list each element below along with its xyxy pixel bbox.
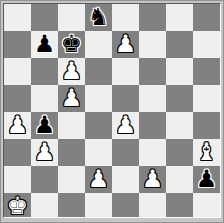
square-d6[interactable] [85,58,112,85]
square-h3[interactable]: ♝ [193,139,220,166]
square-f4[interactable] [139,112,166,139]
square-e4[interactable]: ♟ [112,112,139,139]
square-g2[interactable] [166,166,193,193]
square-f2[interactable]: ♟ [139,166,166,193]
square-d4[interactable] [85,112,112,139]
piece-white-pawn[interactable]: ♟ [142,166,164,193]
chess-board: ♞♟♚♟♟♟♟♟♟♟♝♟♟♟♚ [4,4,220,218]
square-h4[interactable] [193,112,220,139]
square-c1[interactable] [58,193,85,218]
square-b6[interactable] [31,58,58,85]
square-h8[interactable] [193,4,220,31]
square-b2[interactable] [31,166,58,193]
square-e5[interactable] [112,85,139,112]
piece-black-pawn[interactable]: ♟ [34,31,56,58]
square-f7[interactable] [139,31,166,58]
square-f3[interactable] [139,139,166,166]
piece-black-pawn[interactable]: ♟ [196,166,218,193]
square-g3[interactable] [166,139,193,166]
square-a4[interactable]: ♟ [4,112,31,139]
piece-white-pawn[interactable]: ♟ [34,139,56,166]
square-h6[interactable] [193,58,220,85]
square-f5[interactable] [139,85,166,112]
square-d3[interactable] [85,139,112,166]
square-a2[interactable] [4,166,31,193]
piece-white-pawn[interactable]: ♟ [61,58,83,85]
square-e6[interactable] [112,58,139,85]
square-g4[interactable] [166,112,193,139]
piece-white-pawn[interactable]: ♟ [115,31,137,58]
square-e8[interactable] [112,4,139,31]
piece-white-pawn[interactable]: ♟ [61,85,83,112]
square-c8[interactable] [58,4,85,31]
board-frame: ♞♟♚♟♟♟♟♟♟♟♝♟♟♟♚ [0,0,224,223]
square-h2[interactable]: ♟ [193,166,220,193]
square-d5[interactable] [85,85,112,112]
piece-white-pawn[interactable]: ♟ [88,166,110,193]
square-c7[interactable]: ♚ [58,31,85,58]
piece-white-bishop[interactable]: ♝ [196,139,218,166]
square-f6[interactable] [139,58,166,85]
square-d8[interactable]: ♞ [85,4,112,31]
square-c2[interactable] [58,166,85,193]
square-a8[interactable] [4,4,31,31]
square-g5[interactable] [166,85,193,112]
square-e2[interactable] [112,166,139,193]
square-b5[interactable] [31,85,58,112]
square-f1[interactable] [139,193,166,218]
square-d2[interactable]: ♟ [85,166,112,193]
piece-white-king[interactable]: ♚ [7,193,29,218]
square-g8[interactable] [166,4,193,31]
square-b1[interactable] [31,193,58,218]
square-g1[interactable] [166,193,193,218]
piece-black-king[interactable]: ♚ [61,31,83,58]
square-g6[interactable] [166,58,193,85]
square-a1[interactable]: ♚ [4,193,31,218]
square-h5[interactable] [193,85,220,112]
square-c3[interactable] [58,139,85,166]
board-bevel: ♞♟♚♟♟♟♟♟♟♟♝♟♟♟♚ [3,3,221,218]
piece-black-pawn[interactable]: ♟ [34,112,56,139]
square-b7[interactable]: ♟ [31,31,58,58]
square-c6[interactable]: ♟ [58,58,85,85]
square-a7[interactable] [4,31,31,58]
square-g7[interactable] [166,31,193,58]
square-b8[interactable] [31,4,58,31]
square-c5[interactable]: ♟ [58,85,85,112]
square-e7[interactable]: ♟ [112,31,139,58]
piece-white-pawn[interactable]: ♟ [115,112,137,139]
square-b4[interactable]: ♟ [31,112,58,139]
square-h1[interactable] [193,193,220,218]
square-d1[interactable] [85,193,112,218]
square-d7[interactable] [85,31,112,58]
square-f8[interactable] [139,4,166,31]
piece-white-pawn[interactable]: ♟ [7,112,29,139]
square-a5[interactable] [4,85,31,112]
square-e1[interactable] [112,193,139,218]
square-e3[interactable] [112,139,139,166]
square-b3[interactable]: ♟ [31,139,58,166]
square-a6[interactable] [4,58,31,85]
square-a3[interactable] [4,139,31,166]
piece-black-knight[interactable]: ♞ [88,4,110,31]
square-c4[interactable] [58,112,85,139]
square-h7[interactable] [193,31,220,58]
